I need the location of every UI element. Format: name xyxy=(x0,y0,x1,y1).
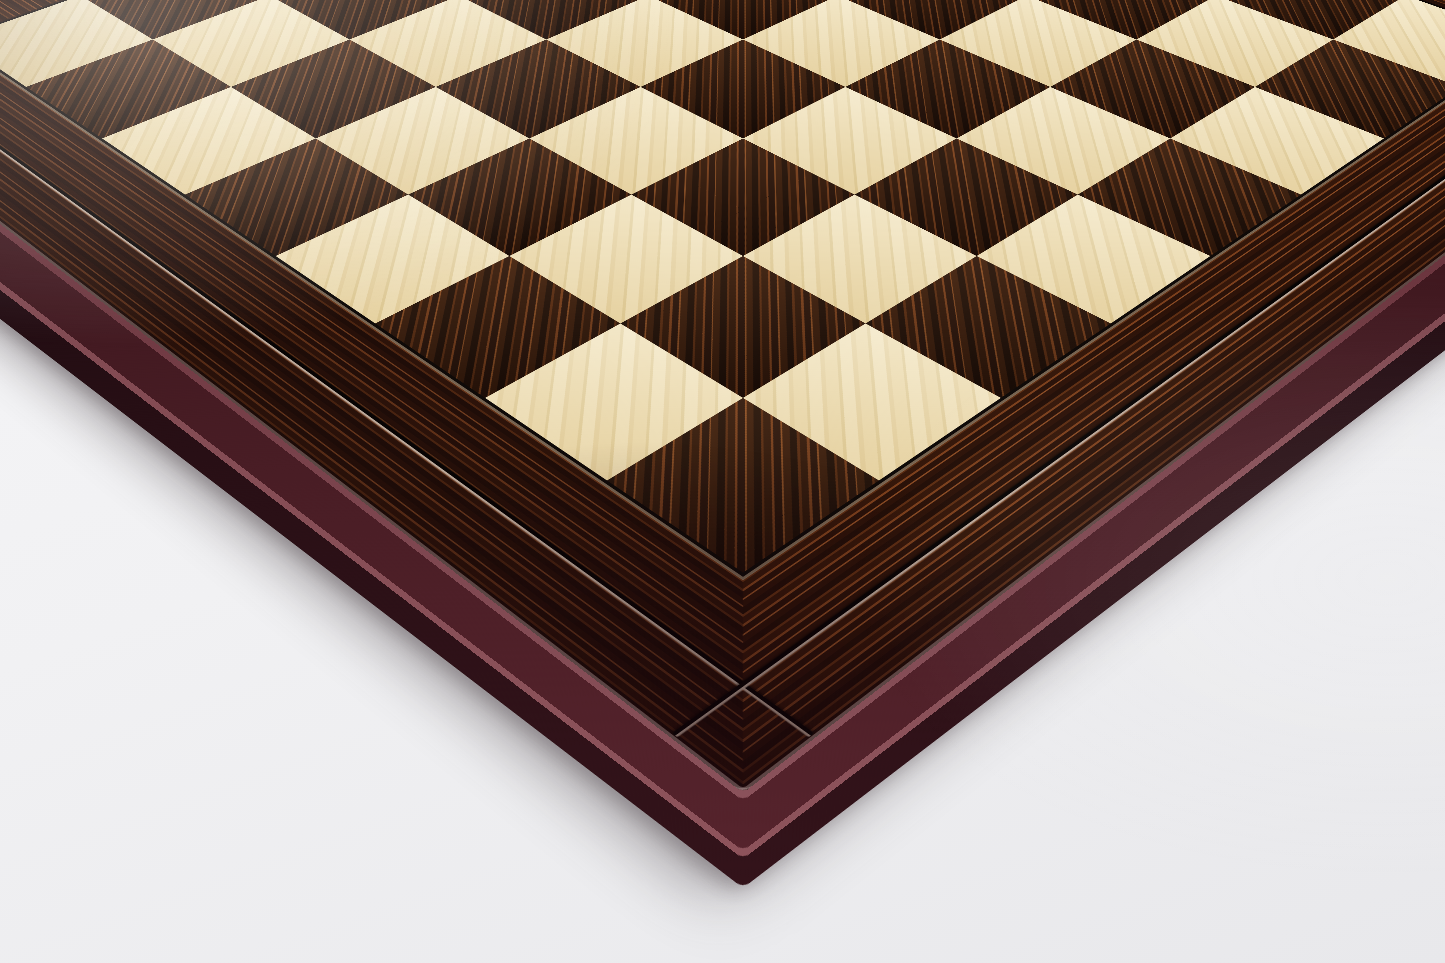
product-photo-scene xyxy=(0,0,1445,963)
